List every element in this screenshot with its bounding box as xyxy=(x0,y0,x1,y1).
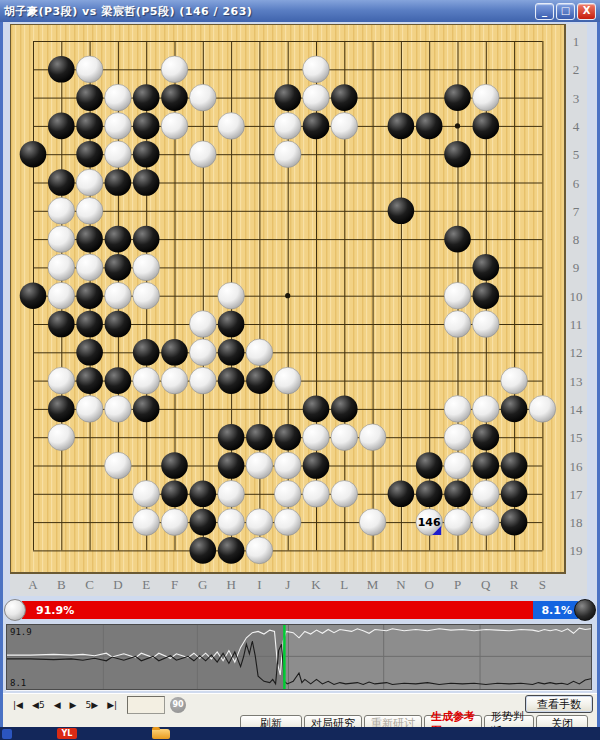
stone-O17 xyxy=(416,481,443,508)
stone-D11 xyxy=(105,311,132,338)
stone-B15 xyxy=(48,424,75,451)
stone-G17 xyxy=(190,481,217,508)
stone-J5 xyxy=(274,141,301,168)
stone-D16 xyxy=(105,452,132,479)
row-label: 13 xyxy=(570,374,583,389)
stone-K3 xyxy=(303,84,330,111)
stone-M15 xyxy=(359,424,386,451)
row-label: 11 xyxy=(570,317,583,332)
column-label: A xyxy=(28,577,38,592)
stone-G12 xyxy=(190,339,217,366)
row-label: 15 xyxy=(570,430,583,445)
stone-C8 xyxy=(76,226,103,253)
stone-F16 xyxy=(161,452,188,479)
row-label: 10 xyxy=(570,289,583,304)
stone-H19 xyxy=(218,537,245,564)
stone-H18 xyxy=(218,509,245,536)
back-5-button[interactable]: ◀5 xyxy=(32,700,45,710)
stone-A5 xyxy=(20,141,47,168)
stone-H10 xyxy=(218,282,245,309)
stone-D3 xyxy=(105,84,132,111)
stone-D5 xyxy=(105,141,132,168)
stone-C4 xyxy=(76,113,103,140)
stone-P16 xyxy=(444,452,471,479)
view-move-numbers-button[interactable]: 查看手数 xyxy=(525,695,593,713)
stone-P5 xyxy=(444,141,471,168)
stone-D13 xyxy=(105,367,132,394)
stone-C3 xyxy=(76,84,103,111)
graph-played-region xyxy=(7,625,284,689)
row-label: 9 xyxy=(573,260,580,275)
current-move-label: 146 xyxy=(418,516,441,529)
stone-J17 xyxy=(274,481,301,508)
stone-B8 xyxy=(48,226,75,253)
go-board[interactable]: ABCDEFGHIJKLMNOPQRS123456789101112131415… xyxy=(10,24,587,596)
stone-E18 xyxy=(133,509,160,536)
column-label: O xyxy=(425,577,434,592)
back-button[interactable]: ◀ xyxy=(54,700,61,710)
taskbar-app-icon[interactable] xyxy=(2,729,12,739)
nav-buttons: |◀ ◀5 ◀ ▶ 5▶ ▶| xyxy=(3,700,117,710)
stone-I13 xyxy=(246,367,273,394)
stone-C12 xyxy=(76,339,103,366)
winrate-track: 91.9% 8.1% xyxy=(22,601,578,619)
stone-B6 xyxy=(48,169,75,196)
column-label: P xyxy=(454,577,461,592)
stone-D10 xyxy=(105,282,132,309)
stone-H17 xyxy=(218,481,245,508)
row-label: 14 xyxy=(570,402,584,417)
column-label: M xyxy=(367,577,379,592)
stone-R17 xyxy=(501,481,528,508)
taskbar: YL xyxy=(0,727,600,740)
stone-P18 xyxy=(444,509,471,536)
taskbar-logo-icon[interactable]: YL xyxy=(57,728,77,739)
stone-I18 xyxy=(246,509,273,536)
last-move-button[interactable]: ▶| xyxy=(107,700,117,710)
stone-O16 xyxy=(416,452,443,479)
stone-Q9 xyxy=(473,254,500,281)
forward-5-button[interactable]: 5▶ xyxy=(85,700,98,710)
stone-E10 xyxy=(133,282,160,309)
column-label: E xyxy=(142,577,150,592)
stone-L17 xyxy=(331,481,358,508)
stone-K4 xyxy=(303,113,330,140)
stone-K14 xyxy=(303,396,330,423)
stone-P10 xyxy=(444,282,471,309)
column-label: Q xyxy=(481,577,491,592)
row-label: 18 xyxy=(570,515,583,530)
stone-I12 xyxy=(246,339,273,366)
stone-P15 xyxy=(444,424,471,451)
stone-C10 xyxy=(76,282,103,309)
stone-R18 xyxy=(501,509,528,536)
star-point xyxy=(285,293,290,298)
row-label: 1 xyxy=(573,34,580,49)
stone-H15 xyxy=(218,424,245,451)
column-label: G xyxy=(198,577,207,592)
black-winrate-segment: 8.1% xyxy=(533,601,578,619)
stone-G18 xyxy=(190,509,217,536)
stone-P3 xyxy=(444,84,471,111)
stone-I16 xyxy=(246,452,273,479)
stone-D14 xyxy=(105,396,132,423)
white-winrate-segment: 91.9% xyxy=(22,601,533,619)
stone-B11 xyxy=(48,311,75,338)
stone-N17 xyxy=(388,481,415,508)
stone-G3 xyxy=(190,84,217,111)
stone-L3 xyxy=(331,84,358,111)
stone-K15 xyxy=(303,424,330,451)
stone-K17 xyxy=(303,481,330,508)
stone-L14 xyxy=(331,396,358,423)
black-winrate-label: 8.1% xyxy=(541,604,572,617)
stone-E9 xyxy=(133,254,160,281)
stone-P14 xyxy=(444,396,471,423)
column-label: R xyxy=(510,577,519,592)
column-label: N xyxy=(396,577,406,592)
stone-L15 xyxy=(331,424,358,451)
stone-L4 xyxy=(331,113,358,140)
folder-icon[interactable] xyxy=(152,729,170,739)
stone-F4 xyxy=(161,113,188,140)
stone-Q4 xyxy=(473,113,500,140)
stone-K2 xyxy=(303,56,330,83)
stone-G5 xyxy=(190,141,217,168)
row-label: 19 xyxy=(570,543,583,558)
stone-D4 xyxy=(105,113,132,140)
star-point xyxy=(455,123,460,128)
row-label: 17 xyxy=(570,487,584,502)
graph-black-value: 8.1 xyxy=(10,678,26,688)
stone-E13 xyxy=(133,367,160,394)
stone-Q17 xyxy=(473,481,500,508)
stone-B14 xyxy=(48,396,75,423)
column-label: I xyxy=(257,577,261,592)
stone-F3 xyxy=(161,84,188,111)
minimize-button[interactable]: _ xyxy=(535,3,554,20)
stone-E8 xyxy=(133,226,160,253)
stone-I15 xyxy=(246,424,273,451)
white-winrate-label: 91.9% xyxy=(36,604,74,617)
stone-Q14 xyxy=(473,396,500,423)
stone-B10 xyxy=(48,282,75,309)
stone-H16 xyxy=(218,452,245,479)
move-number-input[interactable] xyxy=(127,696,165,714)
stone-R16 xyxy=(501,452,528,479)
stone-B4 xyxy=(48,113,75,140)
stone-D9 xyxy=(105,254,132,281)
stone-Q16 xyxy=(473,452,500,479)
column-label: D xyxy=(113,577,122,592)
row-label: 4 xyxy=(573,119,580,134)
stone-J3 xyxy=(274,84,301,111)
column-label: S xyxy=(539,577,546,592)
row-label: 2 xyxy=(573,62,580,77)
winrate-graph[interactable]: 91.98.1 xyxy=(6,624,592,690)
stone-D8 xyxy=(105,226,132,253)
stone-G11 xyxy=(190,311,217,338)
title-bar: 胡子豪(P3段) vs 梁宸哲(P5段) (146 / 263) _ □ X xyxy=(0,0,600,22)
stone-H12 xyxy=(218,339,245,366)
stone-Q3 xyxy=(473,84,500,111)
stone-N7 xyxy=(388,198,415,225)
winrate-bar: 91.9% 8.1% xyxy=(4,599,596,621)
stone-C9 xyxy=(76,254,103,281)
stone-J16 xyxy=(274,452,301,479)
stone-G19 xyxy=(190,537,217,564)
column-label: C xyxy=(85,577,94,592)
stone-C7 xyxy=(76,198,103,225)
stone-K16 xyxy=(303,452,330,479)
stone-F17 xyxy=(161,481,188,508)
graph-white-value: 91.9 xyxy=(10,627,32,637)
stone-B13 xyxy=(48,367,75,394)
white-stone-icon xyxy=(4,599,26,621)
stone-H13 xyxy=(218,367,245,394)
stone-C5 xyxy=(76,141,103,168)
stone-F18 xyxy=(161,509,188,536)
stone-I19 xyxy=(246,537,273,564)
close-icon[interactable]: X xyxy=(577,3,596,20)
column-label: F xyxy=(171,577,178,592)
row-label: 12 xyxy=(570,345,583,360)
first-move-button[interactable]: |◀ xyxy=(13,700,23,710)
stone-B7 xyxy=(48,198,75,225)
stone-D6 xyxy=(105,169,132,196)
stone-E6 xyxy=(133,169,160,196)
row-label: 6 xyxy=(573,176,580,191)
stone-Q10 xyxy=(473,282,500,309)
column-label: L xyxy=(340,577,348,592)
stone-C14 xyxy=(76,396,103,423)
stone-E3 xyxy=(133,84,160,111)
stone-Q11 xyxy=(473,311,500,338)
stone-B2 xyxy=(48,56,75,83)
stone-C6 xyxy=(76,169,103,196)
column-label: J xyxy=(285,577,290,592)
stone-P17 xyxy=(444,481,471,508)
stone-H4 xyxy=(218,113,245,140)
stone-E17 xyxy=(133,481,160,508)
stone-N4 xyxy=(388,113,415,140)
row-label: 3 xyxy=(573,91,580,106)
stone-E4 xyxy=(133,113,160,140)
stone-S14 xyxy=(529,396,556,423)
stone-J18 xyxy=(274,509,301,536)
stone-E12 xyxy=(133,339,160,366)
stone-R14 xyxy=(501,396,528,423)
stone-P11 xyxy=(444,311,471,338)
stone-H11 xyxy=(218,311,245,338)
stone-G13 xyxy=(190,367,217,394)
stone-Q18 xyxy=(473,509,500,536)
row-label: 16 xyxy=(570,459,584,474)
move-badge[interactable]: 90 xyxy=(170,697,186,713)
graph-future-region xyxy=(284,625,591,689)
column-label: K xyxy=(311,577,321,592)
row-label: 8 xyxy=(573,232,580,247)
stone-J15 xyxy=(274,424,301,451)
stone-R13 xyxy=(501,367,528,394)
window-title: 胡子豪(P3段) vs 梁宸哲(P5段) (146 / 263) xyxy=(4,4,533,19)
stone-A10 xyxy=(20,282,47,309)
stone-P8 xyxy=(444,226,471,253)
forward-button[interactable]: ▶ xyxy=(70,700,77,710)
row-label: 7 xyxy=(573,204,580,219)
column-label: H xyxy=(226,577,235,592)
stone-F2 xyxy=(161,56,188,83)
stone-O4 xyxy=(416,113,443,140)
stone-E5 xyxy=(133,141,160,168)
row-label: 5 xyxy=(573,147,580,162)
board-svg[interactable]: ABCDEFGHIJKLMNOPQRS123456789101112131415… xyxy=(10,24,587,596)
column-label: B xyxy=(57,577,66,592)
stone-C2 xyxy=(76,56,103,83)
maximize-button[interactable]: □ xyxy=(556,3,575,20)
stone-E14 xyxy=(133,396,160,423)
stone-F12 xyxy=(161,339,188,366)
stone-C11 xyxy=(76,311,103,338)
stone-F13 xyxy=(161,367,188,394)
black-stone-icon xyxy=(574,599,596,621)
stone-C13 xyxy=(76,367,103,394)
stone-J4 xyxy=(274,113,301,140)
stone-J13 xyxy=(274,367,301,394)
stone-M18 xyxy=(359,509,386,536)
stone-B9 xyxy=(48,254,75,281)
stone-Q15 xyxy=(473,424,500,451)
